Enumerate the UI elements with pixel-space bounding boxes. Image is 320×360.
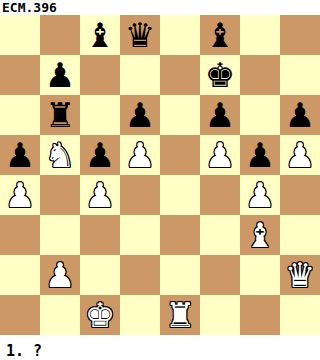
square-d3[interactable]	[120, 215, 160, 255]
square-b7[interactable]: ♟	[40, 55, 80, 95]
square-c4[interactable]: ♟	[80, 175, 120, 215]
square-e1[interactable]: ♜	[160, 295, 200, 335]
square-g6[interactable]	[240, 95, 280, 135]
black-pawn[interactable]: ♟	[120, 95, 160, 135]
square-g1[interactable]	[240, 295, 280, 335]
square-f7[interactable]: ♚	[200, 55, 240, 95]
square-a4[interactable]: ♟	[0, 175, 40, 215]
white-pawn[interactable]: ♟	[80, 175, 120, 215]
square-c7[interactable]	[80, 55, 120, 95]
black-pawn[interactable]: ♟	[40, 55, 80, 95]
black-pawn[interactable]: ♟	[0, 135, 40, 175]
square-g7[interactable]	[240, 55, 280, 95]
white-pawn[interactable]: ♟	[200, 135, 240, 175]
square-f8[interactable]: ♝	[200, 15, 240, 55]
white-king[interactable]: ♚	[80, 295, 120, 335]
square-a8[interactable]	[0, 15, 40, 55]
square-c2[interactable]	[80, 255, 120, 295]
move-prompt: 1. ?	[0, 342, 320, 360]
square-g3[interactable]: ♝	[240, 215, 280, 255]
black-pawn[interactable]: ♟	[240, 135, 280, 175]
square-e5[interactable]	[160, 135, 200, 175]
white-bishop[interactable]: ♝	[240, 215, 280, 255]
diagram-title: ECM.396	[0, 0, 320, 15]
square-f5[interactable]: ♟	[200, 135, 240, 175]
square-d4[interactable]	[120, 175, 160, 215]
black-rook[interactable]: ♜	[40, 95, 80, 135]
black-king[interactable]: ♚	[200, 55, 240, 95]
square-a5[interactable]: ♟	[0, 135, 40, 175]
square-b1[interactable]	[40, 295, 80, 335]
square-a7[interactable]	[0, 55, 40, 95]
square-e2[interactable]	[160, 255, 200, 295]
chess-board: ♝♛♝♟♚♜♟♟♟♟♞♟♟♟♟♟♟♟♟♝♟♛♚♜	[0, 15, 320, 335]
square-f2[interactable]	[200, 255, 240, 295]
square-e3[interactable]	[160, 215, 200, 255]
square-g4[interactable]: ♟	[240, 175, 280, 215]
black-pawn[interactable]: ♟	[200, 95, 240, 135]
square-d6[interactable]: ♟	[120, 95, 160, 135]
white-pawn[interactable]: ♟	[120, 135, 160, 175]
square-h2[interactable]: ♛	[280, 255, 320, 295]
square-g8[interactable]	[240, 15, 280, 55]
square-c6[interactable]	[80, 95, 120, 135]
square-h6[interactable]: ♟	[280, 95, 320, 135]
square-e4[interactable]	[160, 175, 200, 215]
square-b5[interactable]: ♞	[40, 135, 80, 175]
square-h3[interactable]	[280, 215, 320, 255]
square-c8[interactable]: ♝	[80, 15, 120, 55]
white-pawn[interactable]: ♟	[40, 255, 80, 295]
square-h5[interactable]: ♟	[280, 135, 320, 175]
square-f3[interactable]	[200, 215, 240, 255]
square-a2[interactable]	[0, 255, 40, 295]
square-d8[interactable]: ♛	[120, 15, 160, 55]
square-b2[interactable]: ♟	[40, 255, 80, 295]
square-h8[interactable]	[280, 15, 320, 55]
black-pawn[interactable]: ♟	[280, 95, 320, 135]
square-f6[interactable]: ♟	[200, 95, 240, 135]
square-b6[interactable]: ♜	[40, 95, 80, 135]
square-h7[interactable]	[280, 55, 320, 95]
square-d7[interactable]	[120, 55, 160, 95]
square-f1[interactable]	[200, 295, 240, 335]
white-pawn[interactable]: ♟	[240, 175, 280, 215]
square-c1[interactable]: ♚	[80, 295, 120, 335]
square-g2[interactable]	[240, 255, 280, 295]
square-d5[interactable]: ♟	[120, 135, 160, 175]
square-b8[interactable]	[40, 15, 80, 55]
square-b3[interactable]	[40, 215, 80, 255]
square-a1[interactable]	[0, 295, 40, 335]
square-e6[interactable]	[160, 95, 200, 135]
square-g5[interactable]: ♟	[240, 135, 280, 175]
black-bishop[interactable]: ♝	[80, 15, 120, 55]
square-c5[interactable]: ♟	[80, 135, 120, 175]
white-pawn[interactable]: ♟	[280, 135, 320, 175]
black-bishop[interactable]: ♝	[200, 15, 240, 55]
square-e7[interactable]	[160, 55, 200, 95]
black-queen[interactable]: ♛	[120, 15, 160, 55]
square-h1[interactable]	[280, 295, 320, 335]
square-c3[interactable]	[80, 215, 120, 255]
square-a6[interactable]	[0, 95, 40, 135]
square-f4[interactable]	[200, 175, 240, 215]
white-rook[interactable]: ♜	[160, 295, 200, 335]
black-pawn[interactable]: ♟	[80, 135, 120, 175]
chess-diagram-page: ECM.396 ♝♛♝♟♚♜♟♟♟♟♞♟♟♟♟♟♟♟♟♝♟♛♚♜ 1. ?	[0, 0, 320, 360]
square-e8[interactable]	[160, 15, 200, 55]
white-pawn[interactable]: ♟	[0, 175, 40, 215]
square-a3[interactable]	[0, 215, 40, 255]
square-d2[interactable]	[120, 255, 160, 295]
square-b4[interactable]	[40, 175, 80, 215]
square-d1[interactable]	[120, 295, 160, 335]
square-h4[interactable]	[280, 175, 320, 215]
white-queen[interactable]: ♛	[280, 255, 320, 295]
white-knight[interactable]: ♞	[40, 135, 80, 175]
